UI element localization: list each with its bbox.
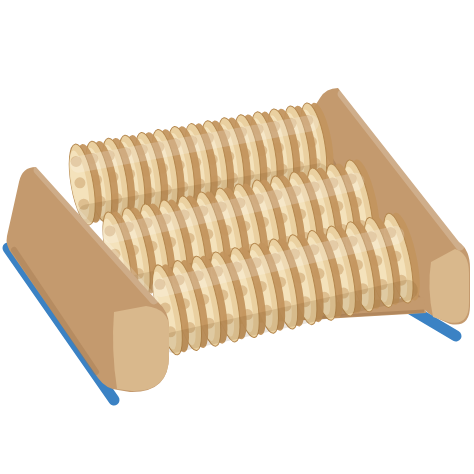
right-rail-end-face [429, 249, 469, 323]
scene-canvas [0, 0, 474, 474]
roller-notch [74, 177, 85, 188]
left-rail-end-face [113, 306, 169, 391]
product-photo [0, 0, 474, 474]
